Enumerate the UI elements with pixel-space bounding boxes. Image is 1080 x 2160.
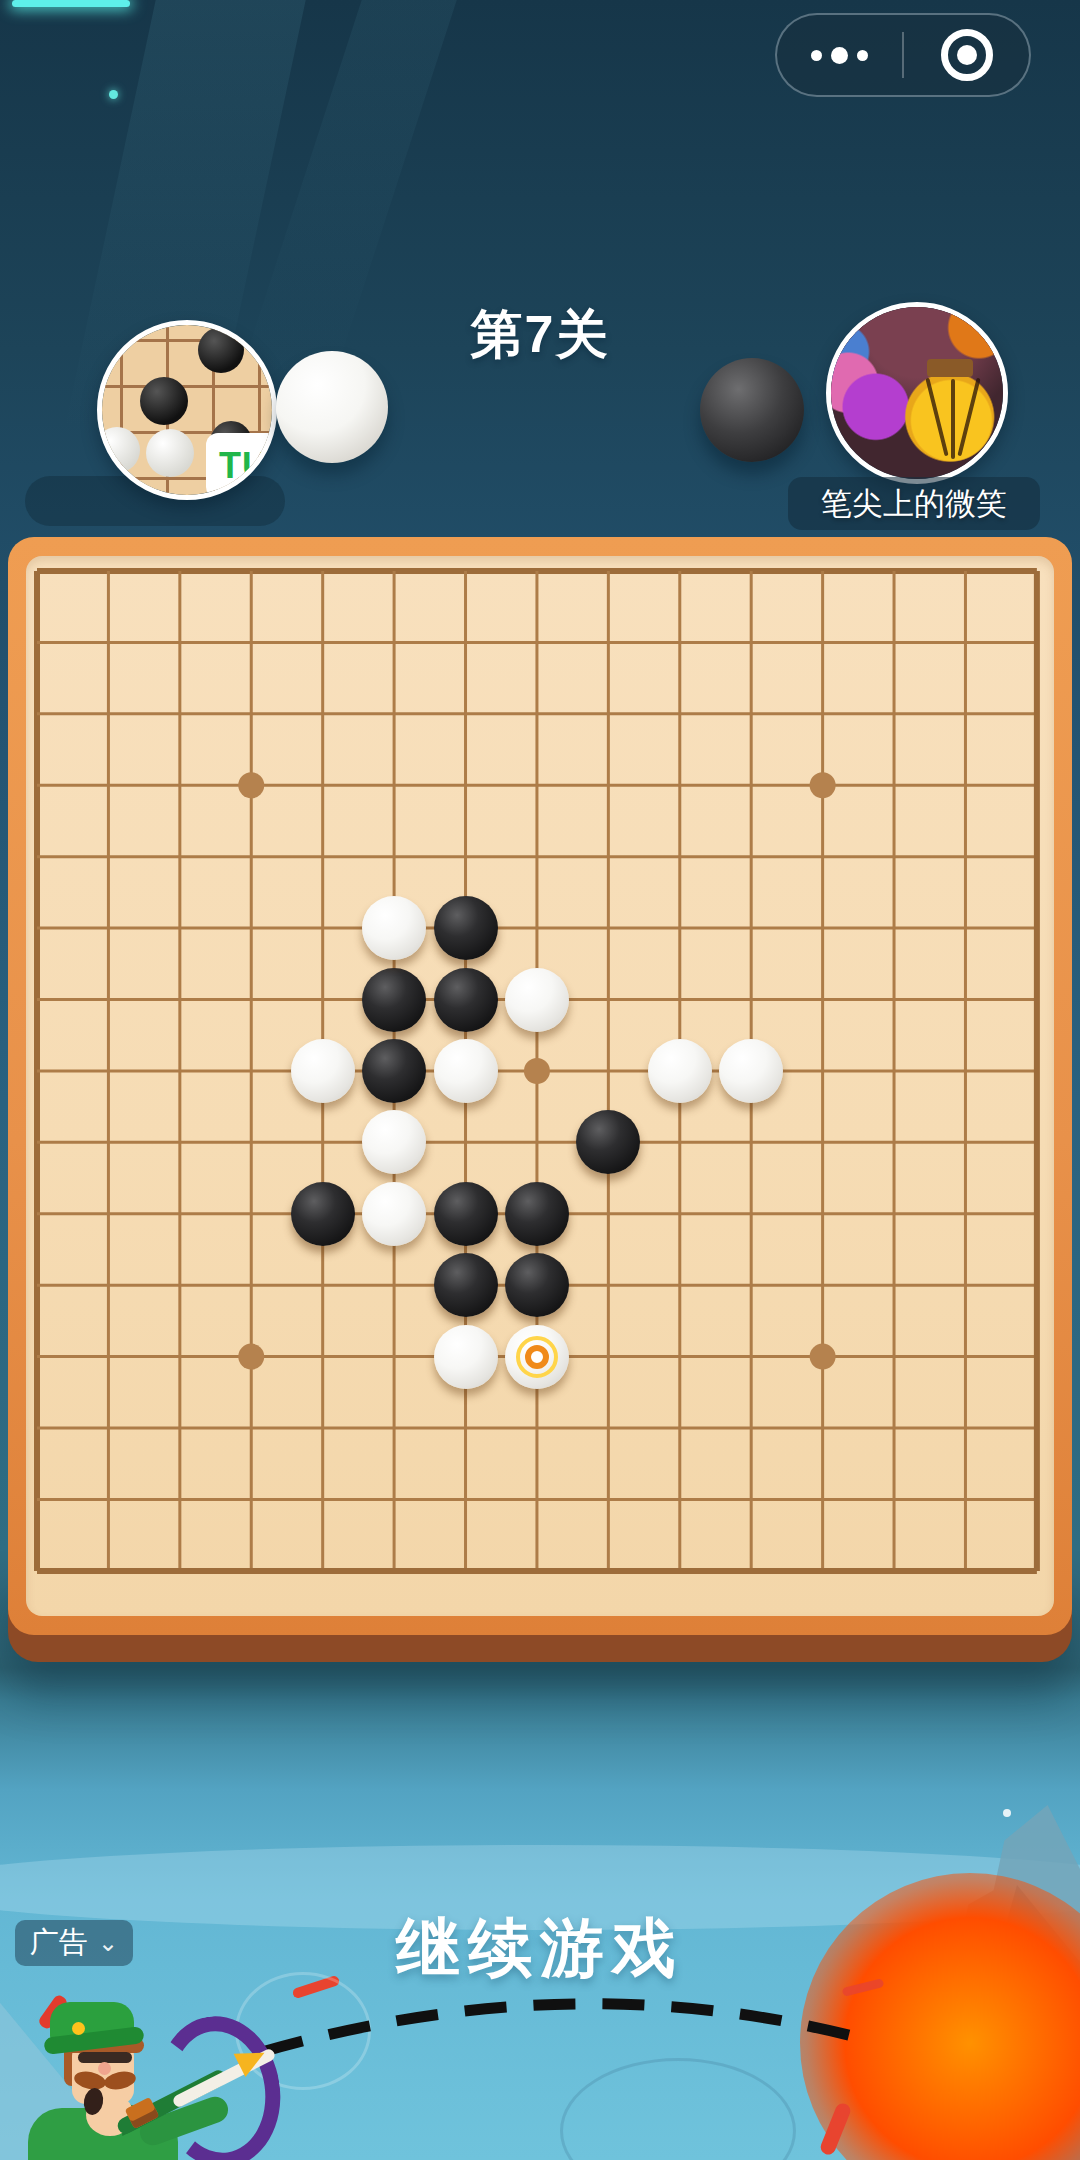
opponent-name-badge: 笔尖上的微笑 — [788, 477, 1040, 530]
wechat-capsule — [775, 13, 1031, 97]
opponent-avatar-image — [831, 307, 1003, 479]
sparkle — [1003, 1809, 1011, 1817]
white-stone — [648, 1039, 712, 1103]
player-side-white-stone — [276, 351, 388, 463]
white-stone — [719, 1039, 783, 1103]
archer-character — [20, 1990, 360, 2160]
black-stone — [291, 1182, 355, 1246]
white-stone — [362, 1182, 426, 1246]
glow-bar-decoration — [12, 0, 130, 7]
player-avatar-image: TU — [102, 325, 272, 495]
opponent-avatar[interactable] — [826, 302, 1008, 484]
black-stone — [362, 1039, 426, 1103]
white-stone — [505, 1325, 569, 1389]
player-avatar[interactable]: TU — [97, 320, 277, 500]
white-stone — [505, 968, 569, 1032]
continue-game-button[interactable]: 继续游戏 — [0, 1905, 1080, 1992]
black-stone — [434, 1182, 498, 1246]
white-stone — [434, 1325, 498, 1389]
opponent-side-black-stone — [700, 358, 804, 462]
black-stone — [434, 968, 498, 1032]
white-stone — [291, 1039, 355, 1103]
ellipsis-dot-icon — [831, 47, 848, 64]
last-move-marker — [516, 1336, 558, 1378]
ellipsis-dot-icon — [857, 50, 868, 61]
white-stone — [362, 1110, 426, 1174]
black-stone — [505, 1182, 569, 1246]
board-grid — [32, 566, 1042, 1576]
opponent-name: 笔尖上的微笑 — [821, 483, 1007, 525]
particle-dot — [109, 90, 118, 99]
black-stone — [505, 1253, 569, 1317]
ellipsis-dot-icon — [811, 50, 822, 61]
black-stone — [434, 896, 498, 960]
app-screen: 第7关 TU 笔尖上的微笑 — [0, 0, 1080, 2160]
lantern-cap — [927, 359, 973, 377]
black-stone — [362, 968, 426, 1032]
white-stone — [362, 896, 426, 960]
capsule-more-button[interactable] — [777, 15, 902, 95]
capsule-close-button[interactable] — [904, 15, 1029, 95]
swirl-decoration — [560, 2058, 796, 2160]
black-stone — [434, 1253, 498, 1317]
white-stone — [434, 1039, 498, 1103]
circled-dot-icon — [941, 29, 993, 81]
